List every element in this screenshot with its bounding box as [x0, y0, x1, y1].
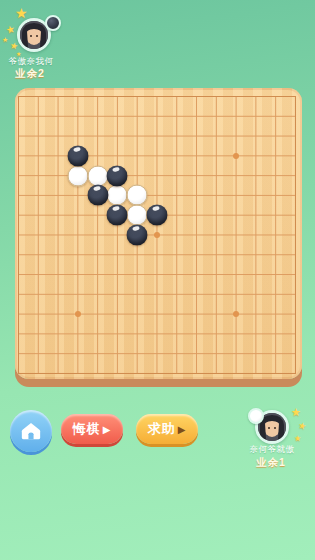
home-button[interactable] [10, 410, 52, 452]
avatar-image [20, 21, 48, 49]
player-card-top: ★ ★ ★ ★ ★ 爷傲奈我何 业余2 [0, 0, 90, 85]
board-panel [15, 88, 302, 379]
star-icon: ★ [297, 421, 307, 432]
home-icon [20, 420, 42, 442]
star-icon: ★ [5, 24, 16, 36]
player-rank-top: 业余2 [0, 67, 66, 81]
undo-button-label: 悔棋 [73, 420, 101, 438]
white-stone [67, 165, 88, 186]
help-button-label: 求助 [148, 420, 176, 438]
undo-button[interactable]: 悔棋 ▶ [61, 414, 123, 444]
white-stone [87, 165, 108, 186]
white-stone [127, 185, 148, 206]
star-point [233, 311, 239, 317]
black-stone [87, 185, 108, 206]
star-point [75, 311, 81, 317]
black-stone [67, 145, 88, 166]
black-stone [147, 205, 168, 226]
game-screen: ★ ★ ★ ★ ★ 爷傲奈我何 业余2 悔棋 ▶ [0, 0, 315, 560]
player-rank-bottom: 业余1 [235, 456, 307, 470]
black-stone [107, 165, 128, 186]
black-stone [107, 205, 128, 226]
white-stone [107, 185, 128, 206]
star-icon: ★ [15, 6, 28, 20]
black-stone [127, 225, 148, 246]
star-point [233, 153, 239, 159]
help-button[interactable]: 求助 ▶ [136, 414, 198, 444]
star-icon: ★ [2, 36, 8, 43]
black-stone-badge [45, 15, 61, 31]
help-arrow-icon: ▶ [178, 425, 187, 435]
player-name-bottom: 奈何爷就傲 [236, 444, 308, 456]
board-grid[interactable] [18, 96, 296, 374]
undo-arrow-icon: ▶ [103, 425, 112, 435]
player-card-bottom: ★ ★ ★ 奈何爷就傲 业余1 [225, 400, 315, 485]
white-stone-badge [248, 408, 264, 424]
star-icon: ★ [294, 435, 301, 443]
white-stone [127, 205, 148, 226]
star-point [154, 232, 160, 238]
star-icon: ★ [291, 407, 301, 418]
